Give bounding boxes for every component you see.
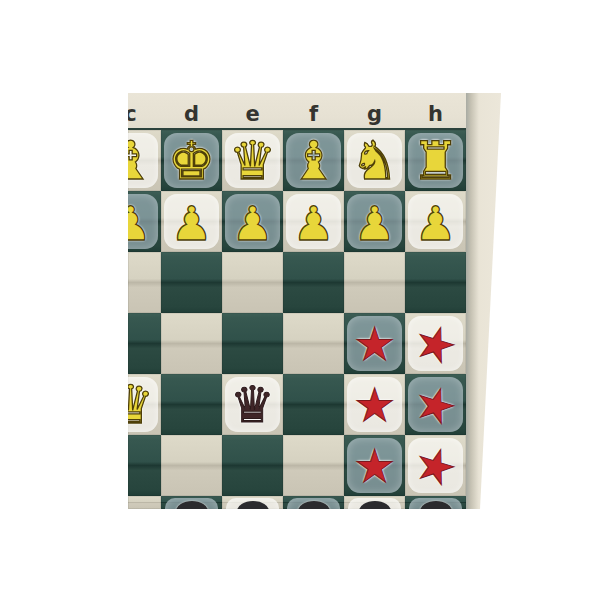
yellow-pawn-piece: ♟ — [292, 200, 334, 247]
piece-holder: ♛ — [128, 374, 161, 435]
piece-holder — [283, 496, 344, 509]
piece-holder: ★ — [405, 435, 466, 496]
square-g4: ★ — [344, 374, 405, 435]
square-g8: ♞ — [344, 130, 405, 191]
square-g2 — [344, 496, 405, 509]
board-cloth-margin — [466, 93, 501, 509]
rank-row-5: ★★ — [128, 313, 466, 374]
piece-holder: ♟ — [222, 191, 283, 252]
chess-board: ♝♚♛♝♞♜♟♟♟♟♟♟★★♛♛★★★★ — [128, 128, 466, 509]
piece-holder: ♛ — [222, 130, 283, 191]
rank-row-6 — [128, 252, 466, 313]
square-h3: ★ — [405, 435, 466, 496]
square-d2 — [161, 496, 222, 509]
piece-holder: ♟ — [283, 191, 344, 252]
square-d4 — [161, 374, 222, 435]
yellow-pawn-piece: ♟ — [231, 200, 273, 247]
square-g6 — [344, 252, 405, 313]
piece-holder: ♝ — [283, 130, 344, 191]
square-h2 — [405, 496, 466, 509]
piece-holder: ♟ — [128, 191, 161, 252]
square-g7: ♟ — [344, 191, 405, 252]
photo-page: cdefgh ♝♚♛♝♞♜♟♟♟♟♟♟★★♛♛★★★★ — [0, 0, 600, 600]
dark-queen-piece: ♛ — [230, 380, 275, 430]
square-d3 — [161, 435, 222, 496]
square-f2 — [283, 496, 344, 509]
star-icon: ★ — [354, 443, 395, 489]
square-e7: ♟ — [222, 191, 283, 252]
square-f4 — [283, 374, 344, 435]
square-d6 — [161, 252, 222, 313]
file-label-e: e — [245, 104, 259, 125]
piece-holder: ♟ — [405, 191, 466, 252]
square-c4: ♛ — [128, 374, 161, 435]
rank-row-4: ♛♛★★ — [128, 374, 466, 435]
piece-holder — [344, 496, 405, 509]
square-f8: ♝ — [283, 130, 344, 191]
square-d7: ♟ — [161, 191, 222, 252]
square-e6 — [222, 252, 283, 313]
yellow-pawn-piece: ♟ — [353, 200, 395, 247]
yellow-knight-piece: ♞ — [351, 134, 399, 187]
square-f3 — [283, 435, 344, 496]
rank-row-3: ★★ — [128, 435, 466, 496]
piece-holder: ★ — [405, 313, 466, 374]
square-c5 — [128, 313, 161, 374]
piece-holder: ♟ — [344, 191, 405, 252]
square-f7: ♟ — [283, 191, 344, 252]
square-h5: ★ — [405, 313, 466, 374]
square-c2 — [128, 496, 161, 509]
piece-holder: ♟ — [161, 191, 222, 252]
piece-holder: ★ — [344, 374, 405, 435]
yellow-queen-piece: ♛ — [229, 134, 277, 187]
rank-row-2 — [128, 496, 466, 509]
square-c8: ♝ — [128, 130, 161, 191]
yellow-rook-piece: ♜ — [412, 134, 460, 187]
square-e8: ♛ — [222, 130, 283, 191]
square-h8: ♜ — [405, 130, 466, 191]
square-d8: ♚ — [161, 130, 222, 191]
yellow-queen-piece: ♛ — [128, 378, 154, 431]
yellow-pawn-piece: ♟ — [170, 200, 212, 247]
piece-holder: ♜ — [405, 130, 466, 191]
square-c6 — [128, 252, 161, 313]
square-f6 — [283, 252, 344, 313]
yellow-bishop-piece: ♝ — [290, 134, 338, 187]
star-icon: ★ — [354, 321, 395, 367]
square-h6 — [405, 252, 466, 313]
square-g5: ★ — [344, 313, 405, 374]
file-label-h: h — [428, 104, 443, 125]
piece-holder — [222, 496, 283, 509]
square-f5 — [283, 313, 344, 374]
piece-holder: ♛ — [222, 374, 283, 435]
star-icon: ★ — [354, 382, 395, 428]
yellow-pawn-piece: ♟ — [414, 200, 456, 247]
rank-row-8: ♝♚♛♝♞♜ — [128, 130, 466, 191]
piece-holder: ★ — [344, 313, 405, 374]
square-e2 — [222, 496, 283, 509]
piece-holder — [161, 496, 222, 509]
yellow-bishop-piece: ♝ — [128, 134, 154, 187]
piece-holder: ★ — [405, 374, 466, 435]
square-e5 — [222, 313, 283, 374]
piece-holder: ♞ — [344, 130, 405, 191]
square-g3: ★ — [344, 435, 405, 496]
square-h4: ★ — [405, 374, 466, 435]
square-e3 — [222, 435, 283, 496]
file-label-c: c — [128, 104, 137, 125]
file-label-f: f — [309, 104, 318, 125]
piece-holder: ♝ — [128, 130, 161, 191]
square-d5 — [161, 313, 222, 374]
square-h7: ♟ — [405, 191, 466, 252]
yellow-pawn-piece: ♟ — [128, 200, 152, 247]
rank-row-7: ♟♟♟♟♟♟ — [128, 191, 466, 252]
square-c7: ♟ — [128, 191, 161, 252]
piece-holder: ★ — [344, 435, 405, 496]
file-label-d: d — [184, 104, 199, 125]
square-e4: ♛ — [222, 374, 283, 435]
yellow-king-piece: ♚ — [168, 134, 216, 187]
square-c3 — [128, 435, 161, 496]
piece-holder: ♚ — [161, 130, 222, 191]
demo-board-photo: cdefgh ♝♚♛♝♞♜♟♟♟♟♟♟★★♛♛★★★★ — [128, 93, 501, 509]
file-labels-band: cdefgh — [128, 93, 466, 128]
file-label-g: g — [367, 104, 382, 125]
piece-holder — [405, 496, 466, 509]
